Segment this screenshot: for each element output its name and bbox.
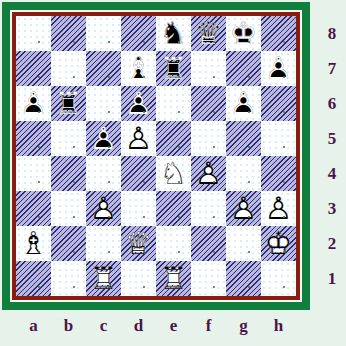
square-b2[interactable]	[51, 226, 86, 261]
square-b1[interactable]	[51, 261, 86, 296]
file-label-c: c	[86, 314, 121, 340]
rank-label-2: 2	[320, 226, 344, 261]
rank-label-1: 1	[320, 261, 344, 296]
piece-black-queen[interactable]: ♛♕	[191, 16, 226, 51]
piece-white-pawn[interactable]: ♟♙	[261, 191, 296, 226]
piece-white-pawn[interactable]: ♟♙	[86, 191, 121, 226]
square-c6[interactable]	[86, 86, 121, 121]
square-g5[interactable]	[226, 121, 261, 156]
piece-black-rook[interactable]: ♜♖	[51, 86, 86, 121]
piece-black-bishop[interactable]: ♝♗	[121, 51, 156, 86]
piece-black-king[interactable]: ♚♔	[226, 16, 261, 51]
square-f5[interactable]	[191, 121, 226, 156]
piece-black-pawn[interactable]: ♟♙	[86, 121, 121, 156]
board-frame-green: ♞♘♛♕♚♔♝♗♜♖♟♙♟♙♜♖♟♙♟♙♟♙♟♙♞♘♟♙♟♙♟♙♟♙♝♗♛♕♚♔…	[2, 2, 310, 310]
rank-label-7: 7	[320, 51, 344, 86]
square-g3[interactable]: ♟♙	[226, 191, 261, 226]
piece-black-pawn[interactable]: ♟♙	[226, 86, 261, 121]
piece-black-pawn[interactable]: ♟♙	[261, 51, 296, 86]
piece-white-queen[interactable]: ♛♕	[121, 226, 156, 261]
piece-white-pawn[interactable]: ♟♙	[121, 121, 156, 156]
square-c4[interactable]	[86, 156, 121, 191]
piece-white-king[interactable]: ♚♔	[261, 226, 296, 261]
square-b3[interactable]	[51, 191, 86, 226]
square-h3[interactable]: ♟♙	[261, 191, 296, 226]
square-f1[interactable]	[191, 261, 226, 296]
square-d2[interactable]: ♛♕	[121, 226, 156, 261]
square-d5[interactable]: ♟♙	[121, 121, 156, 156]
piece-white-knight[interactable]: ♞♘	[156, 156, 191, 191]
square-e6[interactable]	[156, 86, 191, 121]
square-f6[interactable]	[191, 86, 226, 121]
square-h1[interactable]	[261, 261, 296, 296]
board-frame-maroon: ♞♘♛♕♚♔♝♗♜♖♟♙♟♙♜♖♟♙♟♙♟♙♟♙♞♘♟♙♟♙♟♙♟♙♝♗♛♕♚♔…	[12, 12, 300, 300]
square-f4[interactable]: ♟♙	[191, 156, 226, 191]
piece-white-pawn[interactable]: ♟♙	[226, 191, 261, 226]
square-e2[interactable]	[156, 226, 191, 261]
chess-diagram: { "game": "chess", "position": { "fen": …	[0, 0, 346, 346]
square-a5[interactable]	[16, 121, 51, 156]
square-b7[interactable]	[51, 51, 86, 86]
square-g2[interactable]	[226, 226, 261, 261]
square-g8[interactable]: ♚♔	[226, 16, 261, 51]
square-b8[interactable]	[51, 16, 86, 51]
square-h4[interactable]	[261, 156, 296, 191]
square-f8[interactable]: ♛♕	[191, 16, 226, 51]
square-h8[interactable]	[261, 16, 296, 51]
square-a1[interactable]	[16, 261, 51, 296]
piece-white-bishop[interactable]: ♝♗	[16, 226, 51, 261]
square-b4[interactable]	[51, 156, 86, 191]
square-d7[interactable]: ♝♗	[121, 51, 156, 86]
file-label-h: h	[261, 314, 296, 340]
square-d3[interactable]	[121, 191, 156, 226]
square-b5[interactable]	[51, 121, 86, 156]
square-c2[interactable]	[86, 226, 121, 261]
square-f2[interactable]	[191, 226, 226, 261]
square-c7[interactable]	[86, 51, 121, 86]
square-a4[interactable]	[16, 156, 51, 191]
square-a2[interactable]: ♝♗	[16, 226, 51, 261]
piece-white-rook[interactable]: ♜♖	[156, 261, 191, 296]
rank-label-8: 8	[320, 16, 344, 51]
file-label-f: f	[191, 314, 226, 340]
square-d4[interactable]	[121, 156, 156, 191]
square-d6[interactable]: ♟♙	[121, 86, 156, 121]
file-label-a: a	[16, 314, 51, 340]
square-e8[interactable]: ♞♘	[156, 16, 191, 51]
rank-label-3: 3	[320, 191, 344, 226]
square-a6[interactable]: ♟♙	[16, 86, 51, 121]
square-g7[interactable]	[226, 51, 261, 86]
square-e7[interactable]: ♜♖	[156, 51, 191, 86]
piece-white-pawn[interactable]: ♟♙	[191, 156, 226, 191]
piece-black-pawn[interactable]: ♟♙	[16, 86, 51, 121]
chess-board: ♞♘♛♕♚♔♝♗♜♖♟♙♟♙♜♖♟♙♟♙♟♙♟♙♞♘♟♙♟♙♟♙♟♙♝♗♛♕♚♔…	[16, 16, 296, 296]
square-a3[interactable]	[16, 191, 51, 226]
square-c5[interactable]: ♟♙	[86, 121, 121, 156]
square-c3[interactable]: ♟♙	[86, 191, 121, 226]
square-e1[interactable]: ♜♖	[156, 261, 191, 296]
square-f7[interactable]	[191, 51, 226, 86]
piece-white-rook[interactable]: ♜♖	[86, 261, 121, 296]
rank-label-6: 6	[320, 86, 344, 121]
square-d1[interactable]	[121, 261, 156, 296]
square-h6[interactable]	[261, 86, 296, 121]
square-g4[interactable]	[226, 156, 261, 191]
piece-black-rook[interactable]: ♜♖	[156, 51, 191, 86]
square-a8[interactable]	[16, 16, 51, 51]
square-c8[interactable]	[86, 16, 121, 51]
square-e5[interactable]	[156, 121, 191, 156]
square-e3[interactable]	[156, 191, 191, 226]
file-label-e: e	[156, 314, 191, 340]
square-a7[interactable]	[16, 51, 51, 86]
square-h7[interactable]: ♟♙	[261, 51, 296, 86]
piece-black-knight[interactable]: ♞♘	[156, 16, 191, 51]
square-h5[interactable]	[261, 121, 296, 156]
piece-black-pawn[interactable]: ♟♙	[121, 86, 156, 121]
square-b6[interactable]: ♜♖	[51, 86, 86, 121]
square-g6[interactable]: ♟♙	[226, 86, 261, 121]
square-h2[interactable]: ♚♔	[261, 226, 296, 261]
file-label-b: b	[51, 314, 86, 340]
rank-label-5: 5	[320, 121, 344, 156]
square-f3[interactable]	[191, 191, 226, 226]
file-label-g: g	[226, 314, 261, 340]
square-e4[interactable]: ♞♘	[156, 156, 191, 191]
square-c1[interactable]: ♜♖	[86, 261, 121, 296]
file-label-d: d	[121, 314, 156, 340]
board-frame-white-line: ♞♘♛♕♚♔♝♗♜♖♟♙♟♙♜♖♟♙♟♙♟♙♟♙♞♘♟♙♟♙♟♙♟♙♝♗♛♕♚♔…	[10, 10, 302, 302]
square-d8[interactable]	[121, 16, 156, 51]
square-g1[interactable]	[226, 261, 261, 296]
rank-label-4: 4	[320, 156, 344, 191]
